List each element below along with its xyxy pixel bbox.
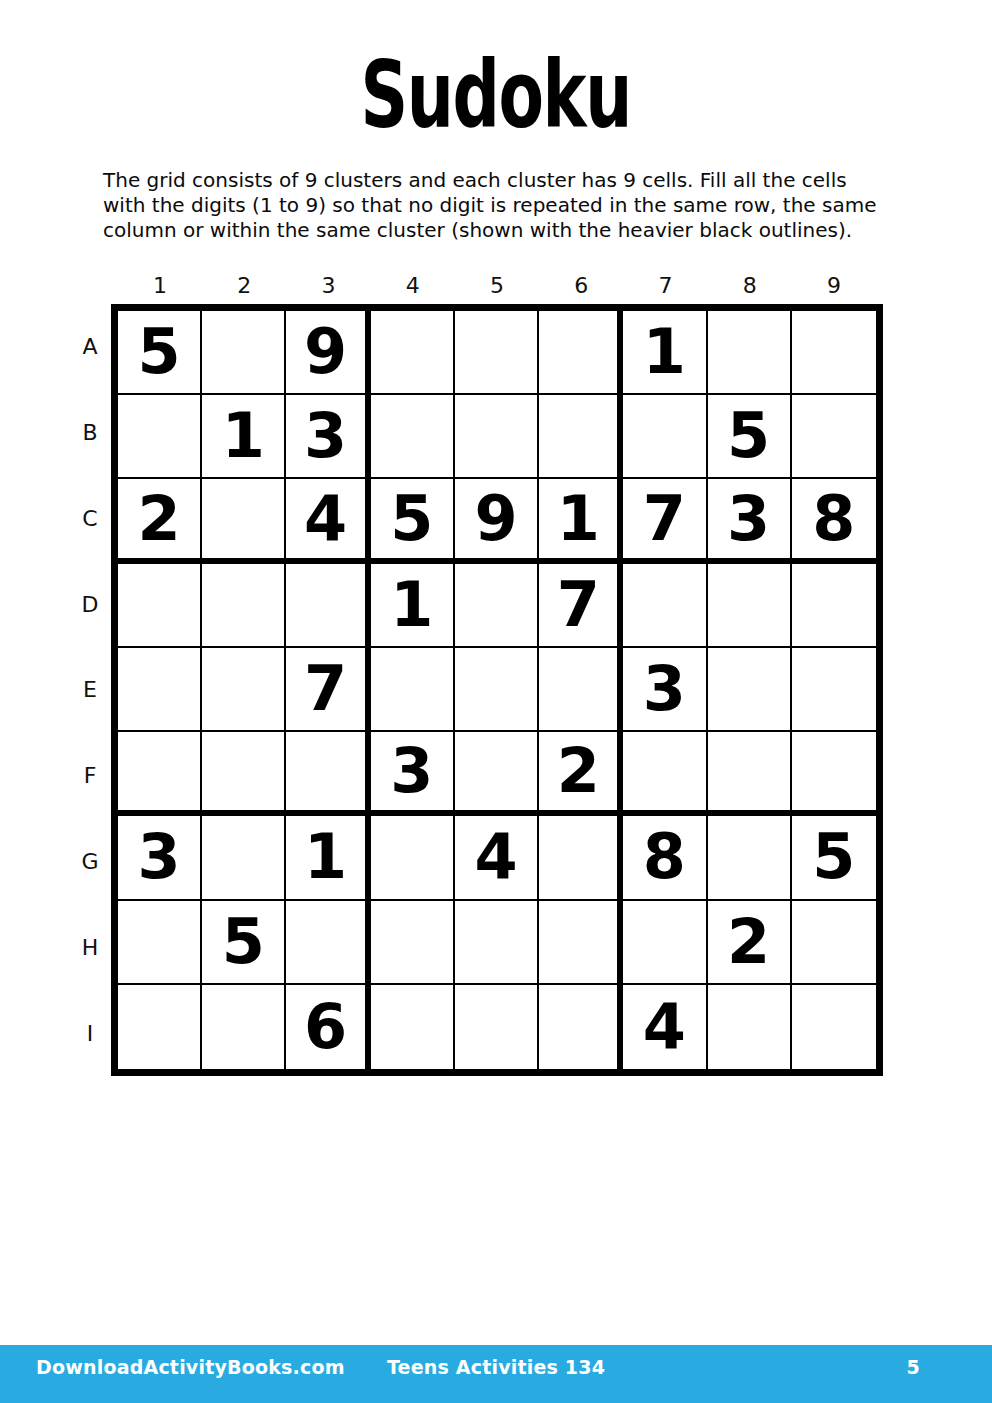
column-labels: 123456789 — [118, 271, 876, 304]
col-label-6: 6 — [574, 273, 588, 298]
col-label-1: 1 — [153, 273, 167, 298]
row-label-B: B — [82, 420, 97, 445]
cell-C1: 2 — [118, 479, 202, 563]
cell-A8[interactable] — [708, 311, 792, 395]
cell-H4[interactable] — [371, 901, 455, 985]
row-label-A: A — [82, 334, 97, 359]
cell-B4[interactable] — [371, 395, 455, 479]
col-label-7: 7 — [658, 273, 672, 298]
cell-E5[interactable] — [455, 648, 539, 732]
cell-A1: 5 — [118, 311, 202, 395]
cell-B1[interactable] — [118, 395, 202, 479]
cell-F2[interactable] — [202, 732, 286, 816]
cell-G6[interactable] — [539, 816, 623, 900]
cell-E1[interactable] — [118, 648, 202, 732]
board: 59113524591738177332314855264 — [111, 304, 883, 1076]
row-label-C: C — [82, 506, 97, 531]
cell-G2[interactable] — [202, 816, 286, 900]
cell-B8: 5 — [708, 395, 792, 479]
cell-I2[interactable] — [202, 985, 286, 1069]
cell-D3[interactable] — [286, 564, 370, 648]
cell-C8: 3 — [708, 479, 792, 563]
cell-H9[interactable] — [792, 901, 876, 985]
cell-F1[interactable] — [118, 732, 202, 816]
cell-F3[interactable] — [286, 732, 370, 816]
row-label-H: H — [82, 935, 99, 960]
cell-F8[interactable] — [708, 732, 792, 816]
cell-I1[interactable] — [118, 985, 202, 1069]
col-label-3: 3 — [322, 273, 336, 298]
cell-C5: 9 — [455, 479, 539, 563]
cell-H6[interactable] — [539, 901, 623, 985]
cell-D5[interactable] — [455, 564, 539, 648]
cell-D1[interactable] — [118, 564, 202, 648]
col-label-8: 8 — [743, 273, 757, 298]
row-label-I: I — [87, 1021, 94, 1046]
cell-D4: 1 — [371, 564, 455, 648]
cell-E4[interactable] — [371, 648, 455, 732]
cell-A9[interactable] — [792, 311, 876, 395]
cell-H2: 5 — [202, 901, 286, 985]
row-label-F: F — [84, 763, 97, 788]
cell-H7[interactable] — [623, 901, 707, 985]
col-label-5: 5 — [490, 273, 504, 298]
cell-H3[interactable] — [286, 901, 370, 985]
puzzle-instructions: The grid consists of 9 clusters and each… — [103, 168, 903, 243]
cell-G8[interactable] — [708, 816, 792, 900]
cell-B5[interactable] — [455, 395, 539, 479]
cell-I8[interactable] — [708, 985, 792, 1069]
cell-I3: 6 — [286, 985, 370, 1069]
cell-C4: 5 — [371, 479, 455, 563]
col-label-9: 9 — [827, 273, 841, 298]
cell-I4[interactable] — [371, 985, 455, 1069]
cell-C9: 8 — [792, 479, 876, 563]
cell-H8: 2 — [708, 901, 792, 985]
cell-E6[interactable] — [539, 648, 623, 732]
cell-F7[interactable] — [623, 732, 707, 816]
cell-E3: 7 — [286, 648, 370, 732]
cell-C7: 7 — [623, 479, 707, 563]
page-title: Sudoku — [0, 50, 992, 142]
cell-A6[interactable] — [539, 311, 623, 395]
cell-C3: 4 — [286, 479, 370, 563]
cell-D6: 7 — [539, 564, 623, 648]
sudoku-puzzle: 123456789 ABCDEFGHI 59113524591738177332… — [111, 271, 883, 1076]
cell-A3: 9 — [286, 311, 370, 395]
cell-G1: 3 — [118, 816, 202, 900]
cell-B9[interactable] — [792, 395, 876, 479]
cell-I9[interactable] — [792, 985, 876, 1069]
col-label-4: 4 — [406, 273, 420, 298]
cell-I7: 4 — [623, 985, 707, 1069]
cell-C2[interactable] — [202, 479, 286, 563]
cell-A4[interactable] — [371, 311, 455, 395]
cell-B7[interactable] — [623, 395, 707, 479]
cell-I5[interactable] — [455, 985, 539, 1069]
cell-H1[interactable] — [118, 901, 202, 985]
cell-G4[interactable] — [371, 816, 455, 900]
cell-G5: 4 — [455, 816, 539, 900]
cell-D7[interactable] — [623, 564, 707, 648]
row-label-D: D — [82, 592, 99, 617]
col-label-2: 2 — [237, 273, 251, 298]
cell-D9[interactable] — [792, 564, 876, 648]
cell-D2[interactable] — [202, 564, 286, 648]
cell-F6: 2 — [539, 732, 623, 816]
cell-F4: 3 — [371, 732, 455, 816]
cell-A7: 1 — [623, 311, 707, 395]
footer-bar: DownloadActivityBooks.com Teens Activiti… — [0, 1345, 992, 1403]
footer-page-number: 5 — [907, 1356, 920, 1378]
cell-E9[interactable] — [792, 648, 876, 732]
cell-F5[interactable] — [455, 732, 539, 816]
row-label-G: G — [81, 849, 98, 874]
cell-G3: 1 — [286, 816, 370, 900]
cell-A5[interactable] — [455, 311, 539, 395]
footer-book-title: Teens Activities 134 — [0, 1356, 992, 1378]
cell-E2[interactable] — [202, 648, 286, 732]
cell-I6[interactable] — [539, 985, 623, 1069]
cell-C6: 1 — [539, 479, 623, 563]
cell-E8[interactable] — [708, 648, 792, 732]
cell-E7: 3 — [623, 648, 707, 732]
cell-G7: 8 — [623, 816, 707, 900]
row-labels: ABCDEFGHI — [77, 304, 103, 1076]
cell-B6[interactable] — [539, 395, 623, 479]
cell-D8[interactable] — [708, 564, 792, 648]
row-label-E: E — [83, 677, 97, 702]
cell-B2: 1 — [202, 395, 286, 479]
cell-F9[interactable] — [792, 732, 876, 816]
cell-A2[interactable] — [202, 311, 286, 395]
cell-B3: 3 — [286, 395, 370, 479]
cell-G9: 5 — [792, 816, 876, 900]
cell-H5[interactable] — [455, 901, 539, 985]
